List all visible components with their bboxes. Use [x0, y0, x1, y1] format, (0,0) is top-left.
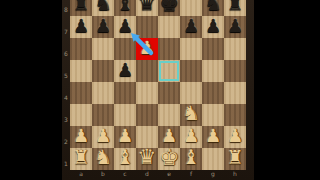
square-h6[interactable] [224, 38, 246, 60]
square-d6-selected-highlight[interactable]: ♟ [136, 38, 158, 60]
square-f5[interactable] [180, 60, 202, 82]
rank-label-8: 8 [64, 7, 68, 13]
square-e5[interactable] [158, 60, 180, 82]
piece-black-pawn-g7[interactable]: ♟ [205, 15, 221, 36]
square-a5[interactable] [70, 60, 92, 82]
app-screen: ♜♞♝♛♚♞♜♟♟♟♟♟♟♟♟♞♟♟♟♟♟♟♟♜♞♝♛♚♝♜ abcdefgh8… [0, 0, 320, 180]
square-f7[interactable]: ♟ [180, 16, 202, 38]
square-a3[interactable] [70, 104, 92, 126]
piece-white-king-e1[interactable]: ♚ [159, 145, 179, 170]
square-f3[interactable]: ♞ [180, 104, 202, 126]
square-d1[interactable]: ♛ [136, 148, 158, 170]
file-label-c: c [123, 171, 126, 177]
square-c4[interactable] [114, 82, 136, 104]
square-d8[interactable]: ♛ [136, 0, 158, 16]
square-b3[interactable] [92, 104, 114, 126]
square-f6[interactable] [180, 38, 202, 60]
square-b4[interactable] [92, 82, 114, 104]
square-c3[interactable] [114, 104, 136, 126]
piece-white-pawn-c2[interactable]: ♟ [117, 125, 133, 146]
rank-label-3: 3 [64, 117, 68, 123]
piece-white-pawn-d6[interactable]: ♟ [139, 37, 155, 58]
piece-black-rook-a8[interactable]: ♜ [72, 0, 89, 14]
piece-white-queen-d1[interactable]: ♛ [138, 145, 157, 169]
piece-white-pawn-g2[interactable]: ♟ [205, 125, 221, 146]
square-g1[interactable] [202, 148, 224, 170]
square-c5[interactable]: ♟ [114, 60, 136, 82]
square-g6[interactable] [202, 38, 224, 60]
square-c6[interactable] [114, 38, 136, 60]
piece-black-pawn-h7[interactable]: ♟ [227, 15, 243, 36]
square-e1[interactable]: ♚ [158, 148, 180, 170]
piece-black-bishop-c8[interactable]: ♝ [116, 0, 134, 15]
square-h1[interactable]: ♜ [224, 148, 246, 170]
piece-white-pawn-a2[interactable]: ♟ [73, 125, 89, 146]
square-a7[interactable]: ♟ [70, 16, 92, 38]
piece-black-pawn-c7[interactable]: ♟ [117, 15, 133, 36]
square-b6[interactable] [92, 38, 114, 60]
square-g3[interactable] [202, 104, 224, 126]
square-h7[interactable]: ♟ [224, 16, 246, 38]
piece-white-pawn-e2[interactable]: ♟ [161, 125, 177, 146]
square-b5[interactable] [92, 60, 114, 82]
piece-black-pawn-a7[interactable]: ♟ [73, 15, 89, 36]
square-a6[interactable] [70, 38, 92, 60]
rank-label-5: 5 [64, 73, 68, 79]
square-h2[interactable]: ♟ [224, 126, 246, 148]
rank-label-1: 1 [64, 161, 68, 167]
piece-white-knight-f3[interactable]: ♞ [182, 101, 200, 125]
square-e4[interactable] [158, 82, 180, 104]
square-a4[interactable] [70, 82, 92, 104]
file-label-h: h [233, 171, 237, 177]
square-b7[interactable]: ♟ [92, 16, 114, 38]
piece-black-knight-b8[interactable]: ♞ [94, 0, 112, 15]
square-a1[interactable]: ♜ [70, 148, 92, 170]
piece-black-pawn-f7[interactable]: ♟ [183, 15, 199, 36]
rank-label-6: 6 [64, 51, 68, 57]
piece-white-knight-b1[interactable]: ♞ [94, 145, 112, 169]
piece-black-pawn-b7[interactable]: ♟ [95, 15, 111, 36]
square-f1[interactable]: ♝ [180, 148, 202, 170]
file-label-d: d [145, 171, 149, 177]
rank-label-2: 2 [64, 139, 68, 145]
file-label-b: b [101, 171, 105, 177]
square-g2[interactable]: ♟ [202, 126, 224, 148]
square-h4[interactable] [224, 82, 246, 104]
square-c7[interactable]: ♟ [114, 16, 136, 38]
file-label-f: f [190, 171, 192, 177]
rank-label-7: 7 [64, 29, 68, 35]
square-a2[interactable]: ♟ [70, 126, 92, 148]
square-d5[interactable] [136, 60, 158, 82]
square-h5[interactable] [224, 60, 246, 82]
square-g5[interactable] [202, 60, 224, 82]
piece-black-knight-g8[interactable]: ♞ [204, 0, 222, 15]
file-label-g: g [211, 171, 215, 177]
square-g4[interactable] [202, 82, 224, 104]
rank-label-4: 4 [64, 95, 68, 101]
square-c1[interactable]: ♝ [114, 148, 136, 170]
file-label-a: a [79, 171, 83, 177]
hint-square-outline [159, 61, 179, 81]
piece-black-king-e8[interactable]: ♚ [159, 0, 179, 16]
piece-white-pawn-f2[interactable]: ♟ [183, 125, 199, 146]
piece-black-queen-d8[interactable]: ♛ [138, 0, 157, 15]
piece-white-bishop-c1[interactable]: ♝ [116, 145, 134, 169]
piece-white-bishop-f1[interactable]: ♝ [182, 145, 200, 169]
piece-white-pawn-b2[interactable]: ♟ [95, 125, 111, 146]
square-e7[interactable] [158, 16, 180, 38]
square-b1[interactable]: ♞ [92, 148, 114, 170]
chess-board[interactable]: ♜♞♝♛♚♞♜♟♟♟♟♟♟♟♟♞♟♟♟♟♟♟♟♜♞♝♛♚♝♜ [70, 0, 246, 170]
piece-black-rook-h8[interactable]: ♜ [226, 0, 243, 14]
piece-white-rook-a1[interactable]: ♜ [72, 146, 89, 168]
piece-black-pawn-c5[interactable]: ♟ [117, 59, 133, 80]
square-d3[interactable] [136, 104, 158, 126]
square-e6[interactable] [158, 38, 180, 60]
piece-white-pawn-h2[interactable]: ♟ [227, 125, 243, 146]
piece-white-rook-h1[interactable]: ♜ [226, 146, 243, 168]
square-d4[interactable] [136, 82, 158, 104]
square-g7[interactable]: ♟ [202, 16, 224, 38]
square-e3[interactable] [158, 104, 180, 126]
square-d7[interactable] [136, 16, 158, 38]
square-e8[interactable]: ♚ [158, 0, 180, 16]
file-label-e: e [167, 171, 171, 177]
square-h3[interactable] [224, 104, 246, 126]
